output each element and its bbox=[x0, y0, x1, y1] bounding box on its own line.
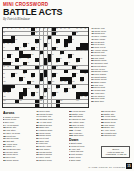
cell-number: 109 bbox=[15, 84, 17, 86]
cell-number: 115 bbox=[76, 84, 78, 86]
cell-number: 99 bbox=[72, 77, 74, 79]
cell-number: 107 bbox=[72, 81, 74, 83]
down-clues-1: 1 Boot camp2 Mess kit item3 Army ant4 Do… bbox=[69, 142, 99, 162]
cell-number: 60 bbox=[52, 54, 54, 56]
cell-number: 112 bbox=[48, 84, 50, 86]
cell-number: 78 bbox=[40, 66, 42, 68]
cell-number: 12 bbox=[56, 28, 58, 30]
cell-number: 63 bbox=[3, 58, 5, 60]
cell-number: 37 bbox=[48, 43, 50, 45]
cell-number: 21 bbox=[56, 32, 58, 34]
cell-number: 56 bbox=[84, 50, 86, 52]
cell-number: 28 bbox=[15, 39, 17, 41]
cell-number: 136 bbox=[3, 100, 5, 102]
byline: By Patrick Blindauer bbox=[3, 17, 30, 21]
cell-number: 52 bbox=[52, 50, 54, 52]
clue-column-3: 88 Honor guard90 Battle plan92 Last stan… bbox=[69, 110, 99, 162]
cell-number: 46 bbox=[64, 47, 66, 49]
clue-item: 8 Old weapon bbox=[69, 161, 99, 162]
clue-column-1: Across 1 Clash of arms5 Field of fire9 D… bbox=[3, 110, 33, 162]
cell-number: 88 bbox=[15, 73, 17, 75]
cell-number: 129 bbox=[3, 96, 5, 98]
cell-number: 17 bbox=[80, 28, 82, 30]
cell-number: 8 bbox=[36, 28, 37, 30]
cell-number: 41 bbox=[19, 47, 21, 49]
cell-number: 36 bbox=[36, 43, 38, 45]
cell-number: 13 bbox=[60, 28, 62, 30]
cell-number: 110 bbox=[28, 84, 30, 86]
cell-number: 98 bbox=[52, 77, 54, 79]
cell-number: 3 bbox=[11, 28, 12, 30]
cell-number: 90 bbox=[56, 73, 58, 75]
cell-number: 7 bbox=[28, 28, 29, 30]
cell-number: 91 bbox=[76, 73, 78, 75]
cell-number: 143 bbox=[60, 103, 62, 105]
cell-number: 135 bbox=[84, 96, 86, 98]
cell-number: 4 bbox=[15, 28, 16, 30]
cell-number: 51 bbox=[44, 50, 46, 52]
cell-number: 131 bbox=[32, 96, 34, 98]
clue-column-4: 13 March step21 Battle site23 Arrow case… bbox=[101, 110, 132, 143]
cell-number: 97 bbox=[44, 77, 46, 79]
page-title: BATTLE ACTS bbox=[3, 7, 62, 17]
crossword-grid: 1234567891011121314151617181920212223242… bbox=[2, 27, 89, 108]
cell-number: 54 bbox=[76, 50, 78, 52]
clue-item: 106 Taps hour bbox=[69, 134, 99, 136]
across-clues-1: 1 Clash of arms5 Field of fire9 Drill re… bbox=[3, 116, 33, 162]
page-number-badge: 15 bbox=[126, 163, 132, 169]
cell-number: 74 bbox=[76, 62, 78, 64]
grid-cell bbox=[84, 104, 88, 107]
clue-item: 39 Sword part bbox=[101, 134, 132, 136]
cell-number: 79 bbox=[56, 66, 58, 68]
cell-number: 128 bbox=[64, 92, 66, 94]
down-heading: Down bbox=[69, 138, 99, 142]
cell-number: 40 bbox=[3, 47, 5, 49]
cell-number: 102 bbox=[32, 81, 34, 83]
clue-column-right: 41 Siege end43 Camo color45 Radar blip47… bbox=[91, 27, 133, 107]
cell-number: 89 bbox=[23, 73, 25, 75]
cell-number: 61 bbox=[60, 54, 62, 56]
cell-number: 81 bbox=[3, 69, 5, 71]
cell-number: 125 bbox=[36, 92, 38, 94]
cell-number: 49 bbox=[23, 50, 25, 52]
cell-number: 18 bbox=[84, 28, 86, 30]
cell-number: 31 bbox=[72, 39, 74, 41]
cell-number: 66 bbox=[60, 58, 62, 60]
cell-number: 83 bbox=[28, 69, 30, 71]
cell-number: 70 bbox=[28, 62, 30, 64]
cell-number: 134 bbox=[80, 96, 82, 98]
cell-number: 111 bbox=[40, 84, 42, 86]
cell-number: 59 bbox=[40, 54, 42, 56]
across-clues-3: 88 Honor guard90 Battle plan92 Last stan… bbox=[69, 110, 99, 137]
cell-number: 43 bbox=[36, 47, 38, 49]
cell-number: 64 bbox=[19, 58, 21, 60]
answer-box-line: ANSWERS, PAGE 63 bbox=[105, 153, 126, 156]
cell-number: 11 bbox=[48, 28, 49, 30]
cell-number: 6 bbox=[23, 28, 24, 30]
cell-number: 32 bbox=[3, 43, 5, 45]
cell-number: 16 bbox=[76, 28, 78, 30]
cell-number: 20 bbox=[36, 32, 38, 34]
cell-number: 122 bbox=[72, 88, 74, 90]
cell-number: 117 bbox=[28, 88, 30, 90]
cell-number: 44 bbox=[44, 47, 46, 49]
cell-number: 86 bbox=[68, 69, 70, 71]
cell-number: 1 bbox=[3, 28, 4, 30]
cell-number: 96 bbox=[32, 77, 34, 79]
cell-number: 121 bbox=[68, 88, 70, 90]
cell-number: 92 bbox=[84, 73, 86, 75]
cell-number: 65 bbox=[28, 58, 30, 60]
cell-number: 45 bbox=[56, 47, 58, 49]
cell-number: 62 bbox=[72, 54, 74, 56]
cell-number: 87 bbox=[3, 73, 5, 75]
cell-number: 127 bbox=[56, 92, 58, 94]
cell-number: 77 bbox=[19, 66, 21, 68]
cell-number: 103 bbox=[40, 81, 42, 83]
cell-number: 25 bbox=[32, 35, 34, 37]
cell-number: 139 bbox=[60, 100, 62, 102]
cell-number: 123 bbox=[3, 92, 5, 94]
cell-number: 80 bbox=[76, 66, 78, 68]
cell-number: 67 bbox=[68, 58, 70, 60]
cell-number: 76 bbox=[7, 66, 9, 68]
cell-number: 14 bbox=[64, 28, 66, 30]
cell-number: 69 bbox=[11, 62, 13, 64]
cell-number: 116 bbox=[11, 88, 13, 90]
footer-text: GAMES WORLD OF PUZZLES bbox=[88, 166, 125, 168]
cell-number: 85 bbox=[48, 69, 50, 71]
cell-number: 42 bbox=[23, 47, 25, 49]
cell-number: 2 bbox=[7, 28, 8, 30]
cell-number: 58 bbox=[32, 54, 34, 56]
cell-number: 30 bbox=[48, 39, 50, 41]
cell-number: 118 bbox=[36, 88, 38, 90]
cell-number: 119 bbox=[48, 88, 50, 90]
cell-number: 130 bbox=[23, 96, 25, 98]
cell-number: 137 bbox=[19, 100, 21, 102]
cell-number: 100 bbox=[3, 81, 5, 83]
cell-number: 140 bbox=[76, 100, 78, 102]
cell-number: 114 bbox=[68, 84, 70, 86]
cell-number: 120 bbox=[56, 88, 58, 90]
cell-number: 113 bbox=[60, 84, 62, 86]
cell-number: 106 bbox=[64, 81, 66, 83]
clue-column-2: 40 Truce sign42 March tempo44 Foxhole pa… bbox=[36, 110, 66, 162]
cell-number: 23 bbox=[3, 35, 5, 37]
cell-number: 105 bbox=[60, 81, 62, 83]
cell-number: 126 bbox=[44, 92, 46, 94]
cell-number: 5 bbox=[19, 28, 20, 30]
cell-number: 133 bbox=[52, 96, 54, 98]
across-heading: Across bbox=[3, 111, 33, 115]
cell-number: 47 bbox=[3, 50, 5, 52]
cell-number: 55 bbox=[80, 50, 82, 52]
cell-number: 75 bbox=[3, 66, 5, 68]
cell-number: 34 bbox=[11, 43, 13, 45]
cell-number: 73 bbox=[68, 62, 70, 64]
cell-number: 141 bbox=[3, 103, 5, 105]
cell-number: 84 bbox=[36, 69, 38, 71]
cell-number: 39 bbox=[68, 43, 70, 45]
answer-box: Stuck?Hints on page 62.ANSWERS, PAGE 63 bbox=[101, 146, 130, 158]
cell-number: 27 bbox=[72, 35, 74, 37]
cell-number: 19 bbox=[3, 32, 5, 34]
cell-number: 132 bbox=[44, 96, 46, 98]
cell-number: 72 bbox=[56, 62, 58, 64]
cell-number: 142 bbox=[40, 103, 42, 105]
cell-number: 35 bbox=[28, 43, 30, 45]
cell-number: 48 bbox=[15, 50, 17, 52]
cell-number: 9 bbox=[40, 28, 41, 30]
cell-number: 33 bbox=[7, 43, 9, 45]
cell-number: 57 bbox=[11, 54, 13, 56]
cell-number: 10 bbox=[44, 28, 46, 30]
cell-number: 26 bbox=[52, 35, 54, 37]
cell-number: 50 bbox=[32, 50, 34, 52]
cell-number: 71 bbox=[48, 62, 50, 64]
cell-number: 138 bbox=[40, 100, 42, 102]
cell-number: 93 bbox=[3, 77, 5, 79]
cell-number: 38 bbox=[56, 43, 58, 45]
cell-number: 15 bbox=[68, 28, 70, 30]
cell-number: 53 bbox=[64, 50, 66, 52]
cell-number: 29 bbox=[40, 39, 42, 41]
cell-number: 24 bbox=[15, 35, 17, 37]
cell-number: 94 bbox=[11, 77, 13, 79]
cell-number: 68 bbox=[80, 58, 82, 60]
cell-number: 104 bbox=[52, 81, 54, 83]
cell-number: 82 bbox=[15, 69, 17, 71]
clue-item: 78 Convoy unit bbox=[36, 161, 66, 162]
cell-number: 95 bbox=[23, 77, 25, 79]
clue-item: 95 Taps time bbox=[91, 100, 133, 102]
cell-number: 108 bbox=[80, 81, 82, 83]
cell-number: 101 bbox=[19, 81, 21, 83]
cell-number: 124 bbox=[7, 92, 9, 94]
cell-number: 22 bbox=[76, 32, 78, 34]
